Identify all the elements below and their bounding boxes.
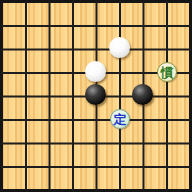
black-stone	[85, 84, 106, 105]
move-marker-F4[interactable]: 定	[110, 109, 130, 129]
move-marker-H6[interactable]: 慣	[157, 62, 177, 82]
white-stone	[85, 61, 106, 82]
black-stone	[132, 84, 153, 105]
white-stone	[109, 37, 130, 58]
go-board[interactable]: 慣定	[0, 0, 192, 192]
board-points: 慣定	[0, 0, 192, 192]
